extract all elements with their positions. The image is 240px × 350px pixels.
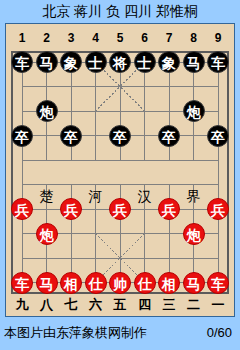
piece-red-soldier-3[interactable]: 兵 bbox=[109, 198, 131, 220]
piece-black-rook-1[interactable]: 车 bbox=[11, 51, 33, 73]
piece-red-horse-1[interactable]: 马 bbox=[36, 272, 58, 294]
board: 楚河汉界 123456789九八七六五四三二一车马象士将士象马车炮炮卒卒卒卒卒兵… bbox=[5, 23, 235, 317]
move-counter: 0/60 bbox=[207, 319, 232, 349]
file-label-bottom-5: 五 bbox=[109, 297, 131, 313]
river-char: 楚 bbox=[40, 188, 54, 206]
file-label-bottom-3: 七 bbox=[60, 297, 82, 313]
file-label-top-4: 4 bbox=[85, 30, 107, 46]
file-label-bottom-7: 三 bbox=[158, 297, 180, 313]
piece-black-soldier-3[interactable]: 卒 bbox=[109, 125, 131, 147]
file-label-bottom-1: 九 bbox=[11, 297, 33, 313]
match-title: 北京 蒋川 负 四川 郑惟桐 bbox=[0, 0, 240, 23]
piece-red-general[interactable]: 帅 bbox=[109, 272, 131, 294]
piece-red-soldier-4[interactable]: 兵 bbox=[158, 198, 180, 220]
piece-red-rook-2[interactable]: 车 bbox=[207, 272, 229, 294]
file-label-top-9: 9 bbox=[207, 30, 229, 46]
piece-black-elephant-1[interactable]: 象 bbox=[60, 51, 82, 73]
piece-black-horse-2[interactable]: 马 bbox=[183, 51, 205, 73]
file-label-bottom-9: 一 bbox=[207, 297, 229, 313]
piece-black-cannon-2[interactable]: 炮 bbox=[183, 100, 205, 122]
river-char: 汉 bbox=[138, 188, 152, 206]
piece-black-advisor-1[interactable]: 士 bbox=[85, 51, 107, 73]
piece-black-general[interactable]: 将 bbox=[109, 51, 131, 73]
credit-text: 本图片由东萍象棋网制作 bbox=[4, 319, 147, 349]
file-label-bottom-8: 二 bbox=[183, 297, 205, 313]
piece-red-rook-1[interactable]: 车 bbox=[11, 272, 33, 294]
piece-red-elephant-1[interactable]: 相 bbox=[60, 272, 82, 294]
file-label-top-8: 8 bbox=[183, 30, 205, 46]
file-label-bottom-6: 四 bbox=[134, 297, 156, 313]
file-label-bottom-2: 八 bbox=[36, 297, 58, 313]
piece-red-soldier-5[interactable]: 兵 bbox=[207, 198, 229, 220]
piece-red-horse-2[interactable]: 马 bbox=[183, 272, 205, 294]
piece-black-soldier-5[interactable]: 卒 bbox=[207, 125, 229, 147]
file-label-top-7: 7 bbox=[158, 30, 180, 46]
piece-red-soldier-1[interactable]: 兵 bbox=[11, 198, 33, 220]
file-label-top-2: 2 bbox=[36, 30, 58, 46]
piece-black-elephant-2[interactable]: 象 bbox=[158, 51, 180, 73]
piece-red-soldier-2[interactable]: 兵 bbox=[60, 198, 82, 220]
piece-red-elephant-2[interactable]: 相 bbox=[158, 272, 180, 294]
piece-red-cannon-2[interactable]: 炮 bbox=[183, 223, 205, 245]
piece-red-advisor-2[interactable]: 仕 bbox=[134, 272, 156, 294]
river-char: 界 bbox=[187, 188, 201, 206]
piece-red-advisor-1[interactable]: 仕 bbox=[85, 272, 107, 294]
piece-black-soldier-2[interactable]: 卒 bbox=[60, 125, 82, 147]
file-label-top-5: 5 bbox=[109, 30, 131, 46]
piece-black-soldier-4[interactable]: 卒 bbox=[158, 125, 180, 147]
file-label-top-6: 6 bbox=[134, 30, 156, 46]
piece-black-cannon-1[interactable]: 炮 bbox=[36, 100, 58, 122]
piece-red-cannon-1[interactable]: 炮 bbox=[36, 223, 58, 245]
piece-black-horse-1[interactable]: 马 bbox=[36, 51, 58, 73]
piece-black-soldier-1[interactable]: 卒 bbox=[11, 125, 33, 147]
piece-black-rook-2[interactable]: 车 bbox=[207, 51, 229, 73]
river-char: 河 bbox=[89, 188, 103, 206]
piece-black-advisor-2[interactable]: 士 bbox=[134, 51, 156, 73]
file-label-top-3: 3 bbox=[60, 30, 82, 46]
file-label-top-1: 1 bbox=[11, 30, 33, 46]
file-label-bottom-4: 六 bbox=[85, 297, 107, 313]
